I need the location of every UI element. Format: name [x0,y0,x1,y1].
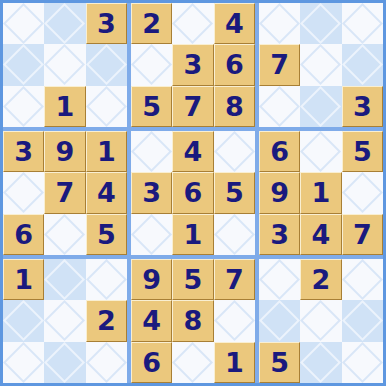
sudoku-cell-given: 5 [86,214,127,255]
sudoku-cell-given: 6 [3,214,44,255]
sudoku-cell-given: 5 [172,259,213,300]
sudoku-cell-empty[interactable] [3,172,44,213]
sudoku-cell-given: 3 [3,131,44,172]
sudoku-cell-empty[interactable] [300,131,341,172]
sudoku-cell-given: 3 [342,86,383,127]
sudoku-cell-empty[interactable] [259,300,300,341]
sudoku-cell-given: 4 [214,3,255,44]
sudoku-cell-given: 6 [214,44,255,85]
sudoku-cell-empty[interactable] [259,86,300,127]
sudoku-cell-given: 3 [131,172,172,213]
sudoku-cell-given: 6 [259,131,300,172]
sudoku-box-1: 31 [3,3,127,127]
sudoku-cell-empty[interactable] [259,259,300,300]
sudoku-cell-given: 9 [131,259,172,300]
sudoku-cell-given: 5 [342,131,383,172]
sudoku-cell-given: 1 [86,131,127,172]
sudoku-cell-given: 3 [259,214,300,255]
sudoku-cell-empty[interactable] [131,214,172,255]
sudoku-cell-given: 8 [172,300,213,341]
sudoku-cell-empty[interactable] [172,342,213,383]
sudoku-cell-given: 3 [86,3,127,44]
sudoku-cell-empty[interactable] [3,3,44,44]
sudoku-cell-empty[interactable] [214,131,255,172]
sudoku-cell-empty[interactable] [131,131,172,172]
sudoku-cell-given: 7 [214,259,255,300]
sudoku-cell-empty[interactable] [300,3,341,44]
sudoku-cell-empty[interactable] [342,3,383,44]
sudoku-cell-given: 2 [300,259,341,300]
sudoku-cell-given: 2 [131,3,172,44]
sudoku-cell-empty[interactable] [86,86,127,127]
sudoku-cell-empty[interactable] [259,3,300,44]
sudoku-cell-given: 7 [342,214,383,255]
sudoku-cell-empty[interactable] [86,342,127,383]
sudoku-cell-empty[interactable] [3,300,44,341]
sudoku-box-8: 9574861 [131,259,255,383]
sudoku-cell-empty[interactable] [172,3,213,44]
sudoku-cell-given: 5 [131,86,172,127]
sudoku-cell-given: 5 [259,342,300,383]
sudoku-cell-empty[interactable] [86,259,127,300]
sudoku-cell-empty[interactable] [44,3,85,44]
sudoku-cell-given: 4 [86,172,127,213]
sudoku-box-5: 43651 [131,131,255,255]
sudoku-cell-empty[interactable] [86,44,127,85]
sudoku-cell-empty[interactable] [44,44,85,85]
sudoku-cell-given: 5 [214,172,255,213]
sudoku-box-9: 25 [259,259,383,383]
sudoku-cell-empty[interactable] [342,172,383,213]
sudoku-box-4: 3917465 [3,131,127,255]
sudoku-cell-given: 2 [86,300,127,341]
sudoku-cell-empty[interactable] [44,214,85,255]
sudoku-cell-given: 4 [131,300,172,341]
sudoku-cell-empty[interactable] [342,342,383,383]
sudoku-cell-given: 9 [259,172,300,213]
sudoku-cell-given: 6 [172,172,213,213]
sudoku-cell-empty[interactable] [214,214,255,255]
sudoku-cell-given: 6 [131,342,172,383]
sudoku-cell-given: 7 [259,44,300,85]
sudoku-cell-empty[interactable] [342,44,383,85]
sudoku-cell-empty[interactable] [44,300,85,341]
sudoku-cell-empty[interactable] [44,259,85,300]
sudoku-cell-empty[interactable] [300,300,341,341]
sudoku-cell-given: 9 [44,131,85,172]
sudoku-cell-given: 4 [300,214,341,255]
sudoku-box-3: 73 [259,3,383,127]
sudoku-cell-empty[interactable] [3,44,44,85]
sudoku-cell-empty[interactable] [300,342,341,383]
sudoku-cell-given: 7 [44,172,85,213]
sudoku-cell-given: 7 [172,86,213,127]
sudoku-cell-empty[interactable] [214,300,255,341]
sudoku-cell-given: 3 [172,44,213,85]
sudoku-box-2: 2436578 [131,3,255,127]
sudoku-cell-empty[interactable] [3,342,44,383]
sudoku-cell-empty[interactable] [131,44,172,85]
sudoku-cell-given: 1 [300,172,341,213]
sudoku-board: 3124365787339174654365165913471295748612… [0,0,386,386]
sudoku-cell-empty[interactable] [342,259,383,300]
sudoku-cell-given: 1 [44,86,85,127]
sudoku-box-6: 6591347 [259,131,383,255]
sudoku-cell-empty[interactable] [342,300,383,341]
sudoku-cell-given: 1 [3,259,44,300]
sudoku-cell-empty[interactable] [3,86,44,127]
sudoku-cell-given: 1 [172,214,213,255]
sudoku-cell-empty[interactable] [300,86,341,127]
sudoku-cell-empty[interactable] [44,342,85,383]
sudoku-box-7: 12 [3,259,127,383]
sudoku-cell-empty[interactable] [300,44,341,85]
sudoku-cell-given: 1 [214,342,255,383]
sudoku-cell-given: 8 [214,86,255,127]
sudoku-cell-given: 4 [172,131,213,172]
